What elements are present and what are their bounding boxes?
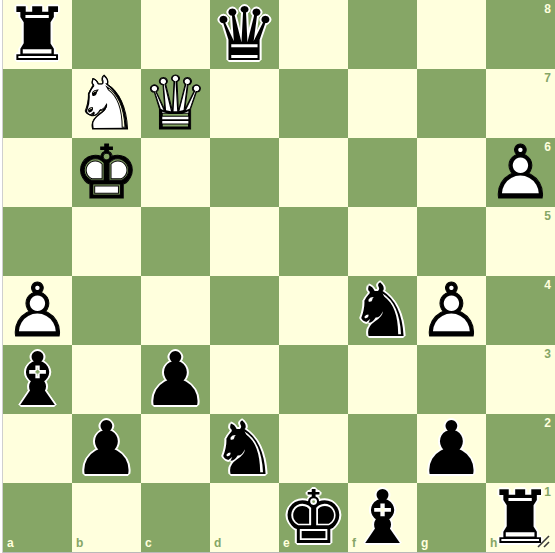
black-knight-icon: ♞ [210,414,279,483]
rank-label: 3 [544,348,551,360]
square-e6[interactable] [279,138,348,207]
file-label: a [7,537,14,549]
square-e7[interactable] [279,69,348,138]
square-g8[interactable] [417,0,486,69]
square-d4[interactable] [210,276,279,345]
black-bishop-icon: ♝ [3,345,72,414]
square-e8[interactable] [279,0,348,69]
square-b3[interactable] [72,345,141,414]
square-f5[interactable] [348,207,417,276]
piece-white-queen[interactable]: ♛♕ [141,69,210,138]
square-b4[interactable] [72,276,141,345]
square-b8[interactable] [72,0,141,69]
square-d7[interactable] [210,69,279,138]
black-bishop-icon: ♝ [348,483,417,552]
piece-black-bishop[interactable]: ♝ [3,345,72,414]
piece-black-knight[interactable]: ♞ [210,414,279,483]
piece-white-pawn[interactable]: ♟♙ [486,138,555,207]
square-f4[interactable]: ♞ [348,276,417,345]
square-f6[interactable] [348,138,417,207]
black-pawn-icon: ♟ [417,414,486,483]
square-h7[interactable]: 7 [486,69,555,138]
square-d8[interactable]: ♛ [210,0,279,69]
white-queen-outline-icon: ♕ [141,69,210,138]
square-f2[interactable] [348,414,417,483]
square-f7[interactable] [348,69,417,138]
file-label: c [145,537,152,549]
white-pawn-outline-icon: ♙ [486,138,555,207]
square-h8[interactable]: 8 [486,0,555,69]
piece-black-rook[interactable]: ♜ [3,0,72,69]
square-c1[interactable]: c [141,483,210,552]
square-d6[interactable] [210,138,279,207]
black-rook-icon: ♜ [3,0,72,69]
piece-black-pawn[interactable]: ♟ [417,414,486,483]
square-f8[interactable] [348,0,417,69]
square-a3[interactable]: ♝ [3,345,72,414]
rank-label: 7 [544,72,551,84]
square-e1[interactable]: e♚ [279,483,348,552]
square-b7[interactable]: ♞♘ [72,69,141,138]
piece-white-king[interactable]: ♚♔ [72,138,141,207]
black-queen-icon: ♛ [210,0,279,69]
square-a1[interactable]: a [3,483,72,552]
square-g6[interactable] [417,138,486,207]
square-c2[interactable] [141,414,210,483]
piece-black-bishop[interactable]: ♝ [348,483,417,552]
square-b1[interactable]: b [72,483,141,552]
square-a6[interactable] [3,138,72,207]
piece-black-king[interactable]: ♚ [279,483,348,552]
square-a8[interactable]: ♜ [3,0,72,69]
square-h2[interactable]: 2 [486,414,555,483]
file-label: b [76,537,83,549]
square-d2[interactable]: ♞ [210,414,279,483]
square-a5[interactable] [3,207,72,276]
square-c3[interactable]: ♟ [141,345,210,414]
square-h5[interactable]: 5 [486,207,555,276]
white-pawn-outline-icon: ♙ [417,276,486,345]
square-c8[interactable] [141,0,210,69]
piece-white-knight[interactable]: ♞♘ [72,69,141,138]
piece-black-knight[interactable]: ♞ [348,276,417,345]
rank-label: 8 [544,3,551,15]
square-c5[interactable] [141,207,210,276]
square-b2[interactable]: ♟ [72,414,141,483]
white-knight-outline-icon: ♘ [72,69,141,138]
square-g4[interactable]: ♟♙ [417,276,486,345]
board-grid: ♜♛8♞♘♛♕7♚♔6♟♙5♟♙♞♟♙4♝♟3♟♞♟2abcde♚f♝g1h♜ [2,0,555,553]
square-h3[interactable]: 3 [486,345,555,414]
square-f1[interactable]: f♝ [348,483,417,552]
file-label: g [421,537,428,549]
square-g5[interactable] [417,207,486,276]
square-g2[interactable]: ♟ [417,414,486,483]
black-pawn-icon: ♟ [141,345,210,414]
piece-white-pawn[interactable]: ♟♙ [417,276,486,345]
piece-white-pawn[interactable]: ♟♙ [3,276,72,345]
square-g1[interactable]: g [417,483,486,552]
square-b6[interactable]: ♚♔ [72,138,141,207]
black-king-icon: ♚ [279,483,348,552]
file-label: d [214,537,221,549]
black-knight-icon: ♞ [348,276,417,345]
square-h6[interactable]: 6♟♙ [486,138,555,207]
black-pawn-icon: ♟ [72,414,141,483]
square-b5[interactable] [72,207,141,276]
square-g7[interactable] [417,69,486,138]
piece-black-pawn[interactable]: ♟ [72,414,141,483]
square-d5[interactable] [210,207,279,276]
piece-black-queen[interactable]: ♛ [210,0,279,69]
square-c4[interactable] [141,276,210,345]
square-a2[interactable] [3,414,72,483]
square-h4[interactable]: 4 [486,276,555,345]
square-g3[interactable] [417,345,486,414]
square-e5[interactable] [279,207,348,276]
white-pawn-outline-icon: ♙ [3,276,72,345]
resize-handle-icon[interactable] [537,535,550,548]
rank-label: 2 [544,417,551,429]
rank-label: 5 [544,210,551,222]
square-c7[interactable]: ♛♕ [141,69,210,138]
white-king-outline-icon: ♔ [72,138,141,207]
square-d1[interactable]: d [210,483,279,552]
square-c6[interactable] [141,138,210,207]
square-d3[interactable] [210,345,279,414]
piece-black-pawn[interactable]: ♟ [141,345,210,414]
square-a7[interactable] [3,69,72,138]
square-f3[interactable] [348,345,417,414]
square-a4[interactable]: ♟♙ [3,276,72,345]
square-e4[interactable] [279,276,348,345]
chess-board: ♜♛8♞♘♛♕7♚♔6♟♙5♟♙♞♟♙4♝♟3♟♞♟2abcde♚f♝g1h♜ [2,0,555,553]
square-e3[interactable] [279,345,348,414]
square-e2[interactable] [279,414,348,483]
rank-label: 4 [544,279,551,291]
